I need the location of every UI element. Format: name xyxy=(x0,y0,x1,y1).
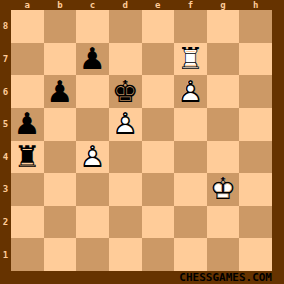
file-label-e: e xyxy=(142,0,175,10)
rank-label-8: 8 xyxy=(0,10,11,43)
square-h3 xyxy=(239,173,272,206)
square-h7 xyxy=(239,43,272,76)
white-king-g3: ♚♔ xyxy=(207,173,240,206)
square-e7 xyxy=(142,43,175,76)
square-e4 xyxy=(142,141,175,174)
square-d4 xyxy=(109,141,142,174)
square-f6: ♟♙ xyxy=(174,75,207,108)
chess-board-frame: abcdefgh 87654321 ♟♜♖♟♚♟♙♟♟♙♜♟♙♚♔ CHESSG… xyxy=(0,0,284,284)
file-label-d: d xyxy=(109,0,142,10)
square-d1 xyxy=(109,238,142,271)
square-a5: ♟ xyxy=(11,108,44,141)
square-e3 xyxy=(142,173,175,206)
square-f8 xyxy=(174,10,207,43)
square-c3 xyxy=(76,173,109,206)
square-g3: ♚♔ xyxy=(207,173,240,206)
square-c8 xyxy=(76,10,109,43)
square-g4 xyxy=(207,141,240,174)
rank-label-7: 7 xyxy=(0,43,11,76)
square-f2 xyxy=(174,206,207,239)
square-a1 xyxy=(11,238,44,271)
square-h5 xyxy=(239,108,272,141)
square-f3 xyxy=(174,173,207,206)
square-b3 xyxy=(44,173,77,206)
file-label-h: h xyxy=(239,0,272,10)
square-d5: ♟♙ xyxy=(109,108,142,141)
square-h8 xyxy=(239,10,272,43)
square-b2 xyxy=(44,206,77,239)
square-g2 xyxy=(207,206,240,239)
square-a6 xyxy=(11,75,44,108)
square-b5 xyxy=(44,108,77,141)
square-h6 xyxy=(239,75,272,108)
square-h1 xyxy=(239,238,272,271)
square-b1 xyxy=(44,238,77,271)
rank-label-1: 1 xyxy=(0,238,11,271)
square-h4 xyxy=(239,141,272,174)
square-e2 xyxy=(142,206,175,239)
watermark: CHESSGAMES.COM xyxy=(179,271,272,284)
black-king-d6: ♚ xyxy=(109,75,142,108)
file-label-g: g xyxy=(207,0,240,10)
board: ♟♜♖♟♚♟♙♟♟♙♜♟♙♚♔ xyxy=(11,10,272,271)
square-f5 xyxy=(174,108,207,141)
black-pawn-a5: ♟ xyxy=(11,108,44,141)
square-e5 xyxy=(142,108,175,141)
white-rook-f7: ♜♖ xyxy=(174,43,207,76)
square-f4 xyxy=(174,141,207,174)
square-d8 xyxy=(109,10,142,43)
square-g6 xyxy=(207,75,240,108)
square-c1 xyxy=(76,238,109,271)
square-c2 xyxy=(76,206,109,239)
square-a8 xyxy=(11,10,44,43)
white-pawn-f6: ♟♙ xyxy=(174,75,207,108)
file-label-f: f xyxy=(174,0,207,10)
square-f1 xyxy=(174,238,207,271)
file-label-c: c xyxy=(76,0,109,10)
square-b7 xyxy=(44,43,77,76)
square-d3 xyxy=(109,173,142,206)
square-a3 xyxy=(11,173,44,206)
square-b6: ♟ xyxy=(44,75,77,108)
white-pawn-d5: ♟♙ xyxy=(109,108,142,141)
rank-label-2: 2 xyxy=(0,206,11,239)
square-c7: ♟ xyxy=(76,43,109,76)
rank-label-6: 6 xyxy=(0,75,11,108)
square-e1 xyxy=(142,238,175,271)
square-c6 xyxy=(76,75,109,108)
rank-label-4: 4 xyxy=(0,141,11,174)
black-rook-a4: ♜ xyxy=(11,141,44,174)
square-c5 xyxy=(76,108,109,141)
file-label-a: a xyxy=(11,0,44,10)
square-f7: ♜♖ xyxy=(174,43,207,76)
square-h2 xyxy=(239,206,272,239)
rank-labels: 87654321 xyxy=(0,10,11,271)
square-e6 xyxy=(142,75,175,108)
square-e8 xyxy=(142,10,175,43)
square-b4 xyxy=(44,141,77,174)
black-pawn-b6: ♟ xyxy=(44,75,77,108)
square-c4: ♟♙ xyxy=(76,141,109,174)
black-pawn-c7: ♟ xyxy=(76,43,109,76)
square-a2 xyxy=(11,206,44,239)
rank-label-5: 5 xyxy=(0,108,11,141)
square-g5 xyxy=(207,108,240,141)
square-g7 xyxy=(207,43,240,76)
square-g8 xyxy=(207,10,240,43)
file-label-b: b xyxy=(44,0,77,10)
square-d2 xyxy=(109,206,142,239)
white-pawn-c4: ♟♙ xyxy=(76,141,109,174)
square-a4: ♜ xyxy=(11,141,44,174)
square-d6: ♚ xyxy=(109,75,142,108)
square-d7 xyxy=(109,43,142,76)
square-a7 xyxy=(11,43,44,76)
square-g1 xyxy=(207,238,240,271)
rank-label-3: 3 xyxy=(0,173,11,206)
square-b8 xyxy=(44,10,77,43)
file-labels: abcdefgh xyxy=(11,0,272,10)
